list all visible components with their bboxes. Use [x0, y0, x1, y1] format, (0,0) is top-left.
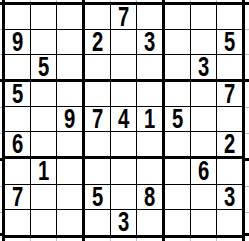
given-digit: 8 [144, 184, 155, 211]
given-digit: 7 [118, 4, 129, 31]
cell-r6c8[interactable] [191, 132, 217, 159]
cell-r2c1: 9 [5, 30, 31, 55]
cell-r8c3[interactable] [57, 185, 85, 210]
cell-r5c3: 9 [57, 107, 85, 132]
cell-r3c4[interactable] [85, 55, 111, 82]
cell-r8c1: 7 [5, 185, 31, 210]
given-digit: 4 [118, 106, 129, 133]
cell-r9c7[interactable] [165, 210, 191, 235]
cell-r6c2[interactable] [31, 132, 57, 159]
cell-r3c5[interactable] [111, 55, 137, 82]
given-digit: 3 [224, 184, 235, 211]
given-digit: 3 [118, 209, 129, 236]
given-digit: 7 [12, 184, 23, 211]
cell-r5c8[interactable] [191, 107, 217, 132]
cell-r9c9[interactable] [217, 210, 242, 235]
cell-r5c2[interactable] [31, 107, 57, 132]
cell-r3c7[interactable] [165, 55, 191, 82]
cell-r2c5[interactable] [111, 30, 137, 55]
cell-r4c1: 5 [5, 82, 31, 107]
sudoku-board: 79235535797415621675833 [2, 2, 245, 238]
given-digit: 1 [144, 106, 155, 133]
cell-r9c6[interactable] [137, 210, 165, 235]
given-digit: 1 [38, 158, 49, 185]
cell-r7c5[interactable] [111, 159, 137, 185]
given-digit: 7 [224, 81, 235, 108]
given-digit: 5 [38, 54, 49, 81]
cell-r9c2[interactable] [31, 210, 57, 235]
given-digit: 6 [12, 131, 23, 158]
cell-r9c4[interactable] [85, 210, 111, 235]
cell-r6c9: 2 [217, 132, 242, 159]
cell-r6c5[interactable] [111, 132, 137, 159]
cell-r6c1: 6 [5, 132, 31, 159]
cell-r2c7[interactable] [165, 30, 191, 55]
cell-r6c3[interactable] [57, 132, 85, 159]
cell-r5c5: 4 [111, 107, 137, 132]
cell-r3c6[interactable] [137, 55, 165, 82]
given-digit: 5 [12, 81, 23, 108]
cell-r3c3[interactable] [57, 55, 85, 82]
cell-r3c2: 5 [31, 55, 57, 82]
cell-r8c8[interactable] [191, 185, 217, 210]
given-digit: 7 [92, 106, 103, 133]
cell-r8c7[interactable] [165, 185, 191, 210]
given-digit: 9 [64, 106, 75, 133]
cell-r1c5: 7 [111, 5, 137, 30]
cell-r4c8[interactable] [191, 82, 217, 107]
cell-r7c7[interactable] [165, 159, 191, 185]
cell-r6c4[interactable] [85, 132, 111, 159]
cell-r7c2: 1 [31, 159, 57, 185]
given-digit: 2 [92, 29, 103, 56]
cell-r4c2[interactable] [31, 82, 57, 107]
cell-r9c8[interactable] [191, 210, 217, 235]
cell-r6c6[interactable] [137, 132, 165, 159]
cell-r7c3[interactable] [57, 159, 85, 185]
given-digit: 3 [198, 54, 209, 81]
cell-r4c9: 7 [217, 82, 242, 107]
cell-r9c3[interactable] [57, 210, 85, 235]
cell-r1c3[interactable] [57, 5, 85, 30]
given-digit: 6 [198, 158, 209, 185]
given-digit: 5 [224, 29, 235, 56]
cell-r8c2[interactable] [31, 185, 57, 210]
given-digit: 2 [224, 131, 235, 158]
cell-r5c4: 7 [85, 107, 111, 132]
given-digit: 9 [12, 29, 23, 56]
cell-r2c4: 2 [85, 30, 111, 55]
cell-r8c6: 8 [137, 185, 165, 210]
cell-r5c7: 5 [165, 107, 191, 132]
cell-r1c2[interactable] [31, 5, 57, 30]
cell-r6c7[interactable] [165, 132, 191, 159]
given-digit: 3 [144, 29, 155, 56]
cell-r5c6: 1 [137, 107, 165, 132]
cell-r1c8[interactable] [191, 5, 217, 30]
cell-r8c9: 3 [217, 185, 242, 210]
given-digit: 5 [92, 184, 103, 211]
cell-r2c3[interactable] [57, 30, 85, 55]
given-digit: 5 [172, 106, 183, 133]
cell-r9c1[interactable] [5, 210, 31, 235]
cell-r7c8: 6 [191, 159, 217, 185]
cell-r9c5: 3 [111, 210, 137, 235]
cell-r1c7[interactable] [165, 5, 191, 30]
cell-r2c9: 5 [217, 30, 242, 55]
cell-r8c4: 5 [85, 185, 111, 210]
cell-r3c8: 3 [191, 55, 217, 82]
cell-r2c6: 3 [137, 30, 165, 55]
